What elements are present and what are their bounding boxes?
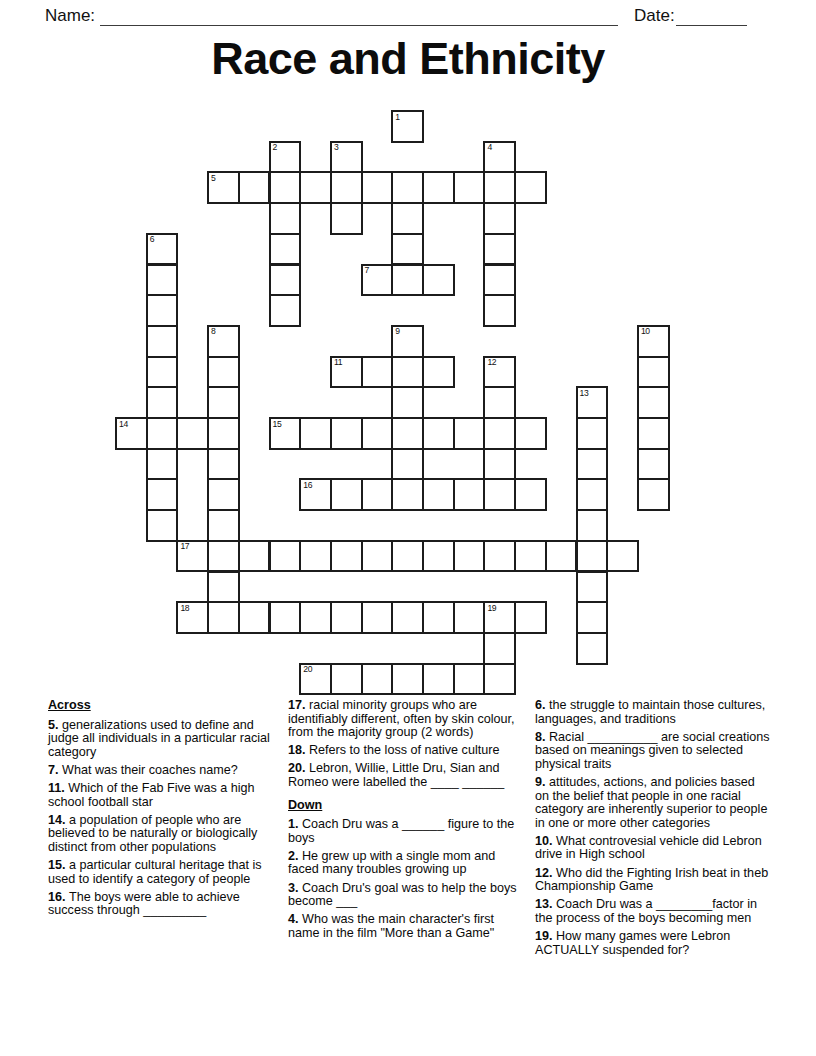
grid-cell-r2c9[interactable] <box>391 171 424 204</box>
grid-cell-r10c6[interactable] <box>299 417 332 450</box>
grid-cell-r16c12[interactable]: 19 <box>483 601 516 634</box>
down-heading: Down <box>288 799 522 813</box>
grid-cell-r15c15[interactable] <box>576 571 609 604</box>
grid-cell-r18c7[interactable] <box>330 663 363 696</box>
grid-cell-r18c9[interactable] <box>391 663 424 696</box>
date-blank-line <box>676 7 747 26</box>
clue-across-11: 11. Which of the Fab Five was a high sch… <box>48 782 285 809</box>
grid-cell-r1c5[interactable]: 2 <box>269 141 302 174</box>
grid-cell-r10c11[interactable] <box>453 417 486 450</box>
grid-cell-r16c2[interactable]: 18 <box>176 601 209 634</box>
cell-number-6: 6 <box>150 235 154 244</box>
grid-cell-r10c0[interactable]: 14 <box>115 417 148 450</box>
grid-cell-r8c7[interactable]: 11 <box>330 356 363 389</box>
grid-cell-r10c7[interactable] <box>330 417 363 450</box>
grid-cell-r8c8[interactable] <box>361 356 394 389</box>
grid-cell-r16c8[interactable] <box>361 601 394 634</box>
grid-cell-r12c1[interactable] <box>146 478 179 511</box>
grid-cell-r2c13[interactable] <box>514 171 547 204</box>
grid-cell-r5c8[interactable]: 7 <box>361 264 394 297</box>
grid-cell-r2c7[interactable] <box>330 171 363 204</box>
across-clues-part2: 17. racial minority groups who are ident… <box>288 699 522 790</box>
grid-cell-r16c7[interactable] <box>330 601 363 634</box>
grid-cell-r16c3[interactable] <box>207 601 240 634</box>
grid-cell-r6c1[interactable] <box>146 294 179 327</box>
grid-cell-r9c17[interactable] <box>637 386 670 419</box>
clue-down-4: 4. Who was the main character's first na… <box>288 913 522 940</box>
cell-number-4: 4 <box>487 143 491 152</box>
grid-cell-r17c15[interactable] <box>576 632 609 665</box>
page-title: Race and Ethnicity <box>0 33 816 85</box>
grid-cell-r14c3[interactable] <box>207 540 240 573</box>
grid-cell-r14c16[interactable] <box>606 540 639 573</box>
cell-number-1: 1 <box>395 113 399 122</box>
grid-cell-r4c1[interactable]: 6 <box>146 233 179 266</box>
grid-cell-r12c10[interactable] <box>422 478 455 511</box>
grid-cell-r2c3[interactable]: 5 <box>207 171 240 204</box>
grid-cell-r3c7[interactable] <box>330 202 363 235</box>
grid-cell-r8c17[interactable] <box>637 356 670 389</box>
clues-column-2: 17. racial minority groups who are ident… <box>288 699 522 945</box>
clue-down-8: 8. Racial __________ are social creation… <box>535 731 772 772</box>
down-clues-part2: 6. the struggle to maintain those cultur… <box>535 699 772 957</box>
clue-across-7: 7. What was their coaches name? <box>48 764 285 778</box>
grid-cell-r8c9[interactable] <box>391 356 424 389</box>
clue-down-10: 10. What controvesial vehicle did Lebron… <box>535 835 772 862</box>
grid-cell-r9c9[interactable] <box>391 386 424 419</box>
grid-cell-r8c10[interactable] <box>422 356 455 389</box>
cell-number-18: 18 <box>180 604 189 613</box>
grid-cell-r2c12[interactable] <box>483 171 516 204</box>
grid-cell-r16c11[interactable] <box>453 601 486 634</box>
cell-number-11: 11 <box>334 358 342 367</box>
grid-cell-r9c12[interactable] <box>483 386 516 419</box>
clue-down-9: 9. attitudes, actions, and policies base… <box>535 776 772 830</box>
grid-cell-r12c12[interactable] <box>483 478 516 511</box>
grid-cell-r18c12[interactable] <box>483 663 516 696</box>
grid-cell-r9c15[interactable]: 13 <box>576 386 609 419</box>
grid-cell-r16c5[interactable] <box>269 601 302 634</box>
cell-number-14: 14 <box>119 420 128 429</box>
grid-cell-r1c7[interactable]: 3 <box>330 141 363 174</box>
grid-cell-r6c12[interactable] <box>483 294 516 327</box>
cell-number-3: 3 <box>334 143 338 152</box>
grid-cell-r12c8[interactable] <box>361 478 394 511</box>
grid-cell-r14c2[interactable]: 17 <box>176 540 209 573</box>
grid-cell-r3c12[interactable] <box>483 202 516 235</box>
grid-cell-r10c5[interactable]: 15 <box>269 417 302 450</box>
grid-cell-r16c15[interactable] <box>576 601 609 634</box>
grid-cell-r2c6[interactable] <box>299 171 332 204</box>
cell-number-8: 8 <box>211 327 215 336</box>
grid-cell-r12c15[interactable] <box>576 478 609 511</box>
grid-cell-r18c10[interactable] <box>422 663 455 696</box>
cell-number-13: 13 <box>580 389 589 398</box>
grid-cell-r2c8[interactable] <box>361 171 394 204</box>
grid-cell-r5c10[interactable] <box>422 264 455 297</box>
name-label: Name: <box>45 6 95 26</box>
grid-cell-r13c3[interactable] <box>207 509 240 542</box>
grid-cell-r11c12[interactable] <box>483 448 516 481</box>
clue-down-3: 3. Coach Dru's goal was to help the boys… <box>288 882 522 909</box>
cell-number-2: 2 <box>273 143 277 152</box>
grid-cell-r13c15[interactable] <box>576 509 609 542</box>
grid-cell-r2c10[interactable] <box>422 171 455 204</box>
grid-cell-r5c9[interactable] <box>391 264 424 297</box>
cell-number-12: 12 <box>487 358 496 367</box>
grid-cell-r14c13[interactable] <box>514 540 547 573</box>
date-label: Date: <box>634 6 675 26</box>
clue-across-20: 20. Lebron, Willie, Little Dru, Sian and… <box>288 762 522 789</box>
grid-cell-r16c13[interactable] <box>514 601 547 634</box>
grid-cell-r12c13[interactable] <box>514 478 547 511</box>
clues-column-3: 6. the struggle to maintain those cultur… <box>535 699 772 962</box>
cell-number-10: 10 <box>641 327 650 336</box>
clue-across-14: 14. a population of people who are belie… <box>48 814 285 855</box>
cell-number-16: 16 <box>303 481 312 490</box>
clue-across-17: 17. racial minority groups who are ident… <box>288 699 522 740</box>
grid-cell-r12c9[interactable] <box>391 478 424 511</box>
grid-cell-r3c5[interactable] <box>269 202 302 235</box>
cell-number-19: 19 <box>487 604 496 613</box>
grid-cell-r11c17[interactable] <box>637 448 670 481</box>
grid-cell-r7c9[interactable]: 9 <box>391 325 424 358</box>
grid-cell-r16c10[interactable] <box>422 601 455 634</box>
grid-cell-r11c1[interactable] <box>146 448 179 481</box>
grid-cell-r12c7[interactable] <box>330 478 363 511</box>
grid-cell-r6c5[interactable] <box>269 294 302 327</box>
clue-down-6: 6. the struggle to maintain those cultur… <box>535 699 772 726</box>
clues-column-1: Across 5. generalizations used to define… <box>48 699 285 922</box>
cell-number-7: 7 <box>365 266 369 275</box>
grid-cell-r7c1[interactable] <box>146 325 179 358</box>
grid-cell-r9c3[interactable] <box>207 386 240 419</box>
clue-across-5: 5. generalizations used to define and ju… <box>48 719 285 760</box>
grid-cell-r4c5[interactable] <box>269 233 302 266</box>
grid-cell-r7c17[interactable]: 10 <box>637 325 670 358</box>
grid-cell-r2c4[interactable] <box>238 171 271 204</box>
grid-cell-r7c3[interactable]: 8 <box>207 325 240 358</box>
grid-cell-r10c17[interactable] <box>637 417 670 450</box>
grid-cell-r3c9[interactable] <box>391 202 424 235</box>
grid-cell-r4c9[interactable] <box>391 233 424 266</box>
grid-cell-r12c11[interactable] <box>453 478 486 511</box>
grid-cell-r17c12[interactable] <box>483 632 516 665</box>
clue-across-16: 16. The boys were able to achieve succes… <box>48 891 285 918</box>
grid-cell-r14c7[interactable] <box>330 540 363 573</box>
grid-cell-r4c12[interactable] <box>483 233 516 266</box>
grid-cell-r14c5[interactable] <box>269 540 302 573</box>
grid-cell-r11c15[interactable] <box>576 448 609 481</box>
grid-cell-r10c12[interactable] <box>483 417 516 450</box>
grid-cell-r10c3[interactable] <box>207 417 240 450</box>
grid-cell-r14c12[interactable] <box>483 540 516 573</box>
grid-cell-r8c1[interactable] <box>146 356 179 389</box>
clue-down-12: 12. Who did the Fighting Irish beat in t… <box>535 867 772 894</box>
grid-cell-r13c1[interactable] <box>146 509 179 542</box>
grid-cell-r16c9[interactable] <box>391 601 424 634</box>
grid-cell-r8c12[interactable]: 12 <box>483 356 516 389</box>
grid-cell-r18c8[interactable] <box>361 663 394 696</box>
name-blank-line <box>100 7 618 26</box>
grid-cell-r14c15[interactable] <box>576 540 609 573</box>
cell-number-5: 5 <box>211 174 215 183</box>
grid-cell-r10c2[interactable] <box>176 417 209 450</box>
grid-cell-r0c9[interactable]: 1 <box>391 110 424 143</box>
cell-number-9: 9 <box>395 327 399 336</box>
clue-down-13: 13. Coach Dru was a ________factor in th… <box>535 898 772 925</box>
grid-cell-r12c17[interactable] <box>637 478 670 511</box>
grid-cell-r18c11[interactable] <box>453 663 486 696</box>
grid-cell-r14c6[interactable] <box>299 540 332 573</box>
grid-cell-r14c4[interactable] <box>238 540 271 573</box>
grid-cell-r1c12[interactable]: 4 <box>483 141 516 174</box>
grid-cell-r14c10[interactable] <box>422 540 455 573</box>
grid-cell-r18c6[interactable]: 20 <box>299 663 332 696</box>
grid-cell-r16c4[interactable] <box>238 601 271 634</box>
grid-cell-r14c8[interactable] <box>361 540 394 573</box>
grid-cell-r10c13[interactable] <box>514 417 547 450</box>
clue-down-19: 19. How many games were Lebron ACTUALLY … <box>535 930 772 957</box>
clue-down-2: 2. He grew up with a single mom and face… <box>288 850 522 877</box>
grid-cell-r5c1[interactable] <box>146 264 179 297</box>
grid-cell-r10c9[interactable] <box>391 417 424 450</box>
grid-cell-r5c5[interactable] <box>269 264 302 297</box>
across-clues-part1: 5. generalizations used to define and ju… <box>48 719 285 918</box>
grid-cell-r15c3[interactable] <box>207 571 240 604</box>
grid-cell-r10c1[interactable] <box>146 417 179 450</box>
grid-cell-r9c1[interactable] <box>146 386 179 419</box>
grid-cell-r2c5[interactable] <box>269 171 302 204</box>
grid-cell-r12c3[interactable] <box>207 478 240 511</box>
clue-across-15: 15. a particular cultural heritage that … <box>48 859 285 886</box>
grid-cell-r12c6[interactable]: 16 <box>299 478 332 511</box>
grid-cell-r2c11[interactable] <box>453 171 486 204</box>
grid-cell-r11c3[interactable] <box>207 448 240 481</box>
across-heading: Across <box>48 699 285 713</box>
cell-number-17: 17 <box>180 542 189 551</box>
grid-cell-r10c8[interactable] <box>361 417 394 450</box>
clue-down-1: 1. Coach Dru was a ______ figure to the … <box>288 818 522 845</box>
crossword-grid: 1234567891011121314151617181920 <box>115 110 668 694</box>
grid-cell-r14c9[interactable] <box>391 540 424 573</box>
grid-cell-r14c11[interactable] <box>453 540 486 573</box>
crossword-worksheet: { "header": { "name_label": "Name:", "da… <box>0 0 816 1056</box>
grid-cell-r8c3[interactable] <box>207 356 240 389</box>
grid-cell-r10c10[interactable] <box>422 417 455 450</box>
grid-cell-r11c9[interactable] <box>391 448 424 481</box>
grid-cell-r10c15[interactable] <box>576 417 609 450</box>
cell-number-15: 15 <box>273 420 282 429</box>
down-clues-part1: 1. Coach Dru was a ______ figure to the … <box>288 818 522 940</box>
grid-cell-r14c14[interactable] <box>545 540 578 573</box>
grid-cell-r16c6[interactable] <box>299 601 332 634</box>
cell-number-20: 20 <box>303 665 312 674</box>
grid-cell-r5c12[interactable] <box>483 264 516 297</box>
clue-across-18: 18. Refers to the loss of native culture <box>288 744 522 758</box>
